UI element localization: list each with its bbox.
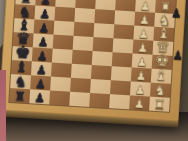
square-d3[interactable] xyxy=(113,38,134,53)
square-b5[interactable] xyxy=(74,8,95,23)
square-h6[interactable] xyxy=(49,90,70,105)
white-pawn-h2[interactable]: ♟ xyxy=(134,98,145,111)
white-pawn-c2[interactable]: ♟ xyxy=(138,28,149,41)
white-pawn-g2[interactable]: ♟ xyxy=(135,84,146,97)
square-d5[interactable] xyxy=(73,36,94,51)
square-b2[interactable]: ♟ xyxy=(134,12,155,27)
black-pawn-c7[interactable]: ♟ xyxy=(38,22,49,35)
square-d4[interactable] xyxy=(93,37,114,52)
square-f4[interactable] xyxy=(91,65,112,80)
black-pawn-b7[interactable]: ♟ xyxy=(39,8,50,21)
black-pawn-h7[interactable]: ♟ xyxy=(34,92,45,105)
square-f5[interactable] xyxy=(71,64,92,79)
white-knight-g1[interactable]: ♞ xyxy=(154,83,167,98)
square-g6[interactable] xyxy=(50,77,71,92)
square-e6[interactable] xyxy=(52,49,73,64)
square-f2[interactable]: ♟ xyxy=(131,67,152,82)
square-c3[interactable] xyxy=(113,24,134,39)
chessboard-photo-scene: ♜♟♟♜♞♟♟♞♝♟♟♝♛♟♟♛♚♟♟♚♝♟♟♝♞♟♟♞♜♟♟♜ ♟ ♟ xyxy=(0,0,188,141)
red-object-left-edge xyxy=(0,70,6,141)
white-pawn-f2[interactable]: ♟ xyxy=(135,70,146,83)
white-rook-h1[interactable]: ♜ xyxy=(153,98,165,112)
square-f3[interactable] xyxy=(111,66,132,81)
black-pawn-f7[interactable]: ♟ xyxy=(36,64,47,77)
square-h1[interactable]: ♜ xyxy=(149,97,170,112)
black-pawn-a7[interactable]: ♟ xyxy=(40,0,51,6)
chess-board: ♜♟♟♜♞♟♟♞♝♟♟♝♛♟♟♛♚♟♟♚♝♟♟♝♞♟♟♞♜♟♟♜ ♟ ♟ xyxy=(0,0,186,127)
white-pawn-b2[interactable]: ♟ xyxy=(139,14,150,27)
black-rook-h8[interactable]: ♜ xyxy=(13,89,25,103)
square-h5[interactable] xyxy=(69,92,90,107)
board-grid: ♜♟♟♜♞♟♟♞♝♟♟♝♛♟♟♛♚♟♟♚♝♟♟♝♞♟♟♞♜♟♟♜ xyxy=(9,0,176,112)
square-c4[interactable] xyxy=(93,23,114,38)
white-pawn-e2[interactable]: ♟ xyxy=(136,56,147,69)
square-g8[interactable]: ♞ xyxy=(10,74,31,89)
board-frame: ♜♟♟♜♞♟♟♞♝♟♟♝♛♟♟♛♚♟♟♚♝♟♟♝♞♟♟♞♜♟♟♜ xyxy=(0,0,186,121)
black-knight-g8[interactable]: ♞ xyxy=(14,74,27,89)
square-b3[interactable] xyxy=(114,10,135,25)
square-d7[interactable]: ♟ xyxy=(33,33,54,48)
square-e5[interactable] xyxy=(72,50,93,65)
square-g7[interactable]: ♟ xyxy=(30,75,51,90)
square-h8[interactable]: ♜ xyxy=(9,88,30,103)
square-b7[interactable]: ♟ xyxy=(34,5,55,20)
black-pawn-e7[interactable]: ♟ xyxy=(36,50,47,63)
square-e4[interactable] xyxy=(92,51,113,66)
square-h7[interactable]: ♟ xyxy=(29,89,50,104)
square-c2[interactable]: ♟ xyxy=(133,26,154,41)
white-pawn-a2[interactable]: ♟ xyxy=(140,0,151,12)
square-h2[interactable]: ♟ xyxy=(129,95,150,110)
square-h4[interactable] xyxy=(89,93,110,108)
white-pawn-d2[interactable]: ♟ xyxy=(137,42,148,55)
square-e2[interactable]: ♟ xyxy=(132,53,153,68)
square-g3[interactable] xyxy=(110,80,131,95)
black-pawn-d7[interactable]: ♟ xyxy=(37,36,48,49)
square-c5[interactable] xyxy=(73,22,94,37)
square-e7[interactable]: ♟ xyxy=(32,47,53,62)
square-b6[interactable] xyxy=(54,7,75,22)
square-d2[interactable]: ♟ xyxy=(133,39,154,54)
square-e3[interactable] xyxy=(112,52,133,67)
square-g1[interactable]: ♞ xyxy=(150,83,171,98)
off-board-black-pawn-lower[interactable]: ♟ xyxy=(172,49,183,62)
square-b4[interactable] xyxy=(94,9,115,24)
off-board-black-pawn-upper[interactable]: ♟ xyxy=(171,7,182,20)
square-f6[interactable] xyxy=(51,63,72,78)
square-c7[interactable]: ♟ xyxy=(34,19,55,34)
square-d6[interactable] xyxy=(53,35,74,50)
square-g4[interactable] xyxy=(90,79,111,94)
square-g5[interactable] xyxy=(70,78,91,93)
square-f7[interactable]: ♟ xyxy=(31,61,52,76)
square-c6[interactable] xyxy=(54,21,75,36)
black-pawn-g7[interactable]: ♟ xyxy=(35,78,46,91)
square-g2[interactable]: ♟ xyxy=(130,81,151,96)
square-h3[interactable] xyxy=(109,94,130,109)
